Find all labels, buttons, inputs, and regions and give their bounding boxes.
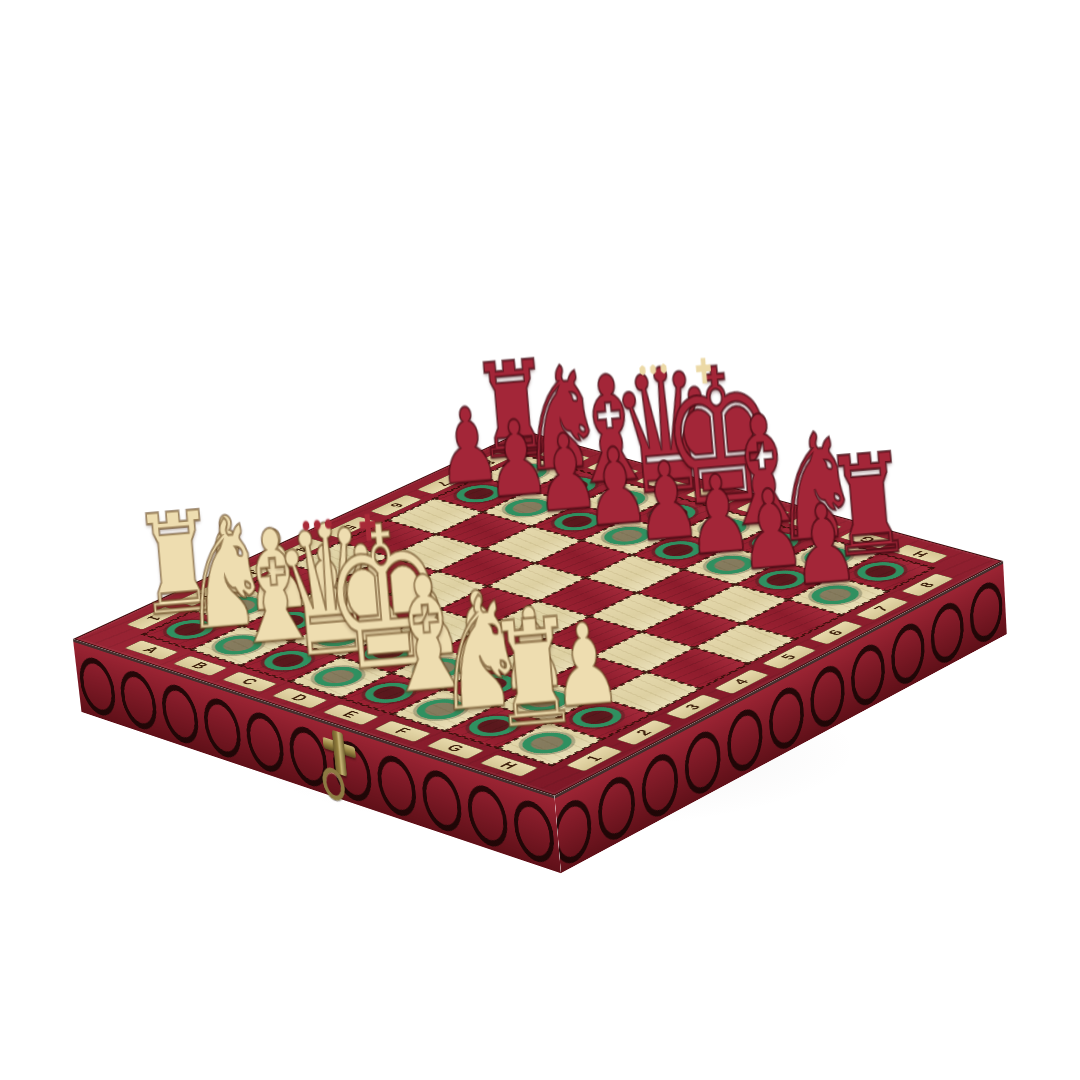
file-label-near-a: A xyxy=(124,640,179,660)
square-h5[interactable] xyxy=(695,623,796,663)
perspective-scene: AA88BB77CC66DD55EE44FF33GG22HH11 ♜♞♝♛♚♝♞… xyxy=(0,0,1080,1080)
piece-red-pawn-h7[interactable]: ♟ xyxy=(772,486,877,603)
red-king-cross-icon xyxy=(695,357,712,384)
white-king-cross-icon xyxy=(359,513,377,541)
square-h4[interactable] xyxy=(647,648,749,689)
square-g5[interactable] xyxy=(642,608,742,648)
piece-white-rook-h1[interactable]: ♜ xyxy=(477,598,590,752)
file-label-near-b: B xyxy=(172,656,227,677)
chess-board-3d: AA88BB77CC66DD55EE44FF33GG22HH11 ♜♞♝♛♚♝♞… xyxy=(73,430,1003,795)
chess-set-photo: AA88BB77CC66DD55EE44FF33GG22HH11 ♜♞♝♛♚♝♞… xyxy=(0,0,1080,1080)
brass-latch xyxy=(320,726,362,809)
file-label-near-c: C xyxy=(222,671,278,692)
